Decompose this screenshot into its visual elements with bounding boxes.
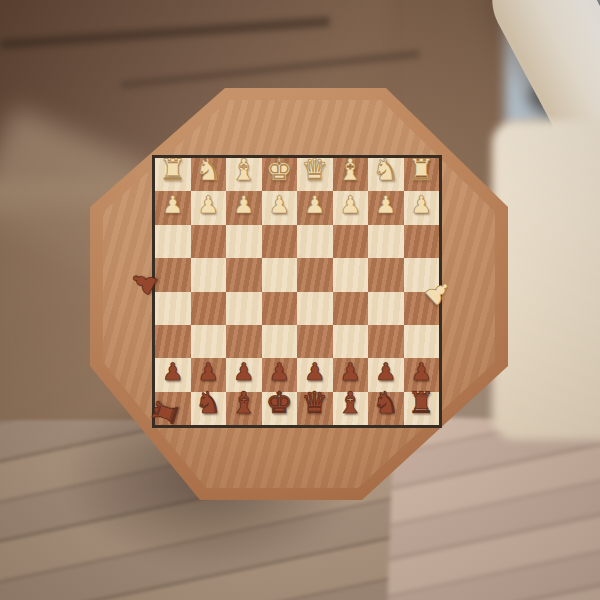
white-king[interactable]: ♚: [266, 155, 293, 185]
white-pawn[interactable]: ♟: [375, 193, 397, 217]
black-pawn[interactable]: ♟: [197, 360, 219, 384]
square-b6[interactable]: [368, 325, 404, 358]
white-pawn-icon: ♟: [419, 273, 458, 312]
square-b5[interactable]: [368, 292, 404, 325]
square-g2[interactable]: ♟: [191, 191, 227, 224]
rolled-paper-sheet: [475, 0, 600, 200]
square-b3[interactable]: [368, 225, 404, 258]
black-bishop[interactable]: ♝: [230, 388, 257, 418]
blurred-dark-object: [528, 0, 600, 136]
black-pawn[interactable]: ♟: [304, 360, 326, 384]
square-h8[interactable]: ♜: [155, 392, 191, 425]
square-b4[interactable]: [368, 258, 404, 291]
wood-crack-line: [0, 17, 330, 50]
square-g8[interactable]: ♞: [191, 392, 227, 425]
white-pawn[interactable]: ♟: [304, 193, 326, 217]
square-b1[interactable]: ♞: [368, 158, 404, 191]
square-f6[interactable]: [226, 325, 262, 358]
square-g6[interactable]: [191, 325, 227, 358]
black-knight[interactable]: ♞: [195, 388, 222, 418]
square-f5[interactable]: [226, 292, 262, 325]
white-bishop[interactable]: ♝: [337, 155, 364, 185]
square-d6[interactable]: [297, 325, 333, 358]
square-g5[interactable]: [191, 292, 227, 325]
square-a8[interactable]: ♜: [404, 392, 440, 425]
square-c1[interactable]: ♝: [333, 158, 369, 191]
square-d5[interactable]: [297, 292, 333, 325]
white-pawn[interactable]: ♟: [197, 193, 219, 217]
square-f8[interactable]: ♝: [226, 392, 262, 425]
black-rook[interactable]: ♜: [408, 388, 435, 418]
square-g4[interactable]: [191, 258, 227, 291]
board-grid: ♜♞♝♚♛♝♞♜♟♟♟♟♟♟♟♟♟♟♟♟♟♟♟♟♜♞♝♚♛♝♞♜: [152, 155, 442, 428]
square-a1[interactable]: ♜: [404, 158, 440, 191]
black-pawn-icon: ♟: [125, 264, 163, 301]
white-rook[interactable]: ♜: [159, 155, 186, 185]
square-d2[interactable]: ♟: [297, 191, 333, 224]
square-e4[interactable]: [262, 258, 298, 291]
white-knight[interactable]: ♞: [372, 155, 399, 185]
black-bishop[interactable]: ♝: [337, 388, 364, 418]
square-d3[interactable]: [297, 225, 333, 258]
white-knight[interactable]: ♞: [195, 155, 222, 185]
square-h1[interactable]: ♜: [155, 158, 191, 191]
square-f4[interactable]: [226, 258, 262, 291]
square-h6[interactable]: [155, 325, 191, 358]
square-c2[interactable]: ♟: [333, 191, 369, 224]
white-pawn[interactable]: ♟: [162, 193, 184, 217]
sheet-edge: [492, 120, 600, 440]
white-bishop[interactable]: ♝: [230, 155, 257, 185]
white-pawn[interactable]: ♟: [410, 193, 432, 217]
square-f2[interactable]: ♟: [226, 191, 262, 224]
white-queen[interactable]: ♛: [301, 155, 328, 185]
square-g3[interactable]: [191, 225, 227, 258]
square-c6[interactable]: [333, 325, 369, 358]
white-pawn[interactable]: ♟: [339, 193, 361, 217]
black-pawn[interactable]: ♟: [233, 360, 255, 384]
square-d4[interactable]: [297, 258, 333, 291]
white-rook[interactable]: ♜: [408, 155, 435, 185]
square-a2[interactable]: ♟: [404, 191, 440, 224]
black-pawn[interactable]: ♟: [339, 360, 361, 384]
wood-crack-line: [120, 50, 419, 88]
black-knight[interactable]: ♞: [372, 388, 399, 418]
square-e2[interactable]: ♟: [262, 191, 298, 224]
square-h2[interactable]: ♟: [155, 191, 191, 224]
square-e3[interactable]: [262, 225, 298, 258]
blurred-background: [505, 0, 600, 125]
square-d8[interactable]: ♛: [297, 392, 333, 425]
black-pawn[interactable]: ♟: [162, 360, 184, 384]
square-d1[interactable]: ♛: [297, 158, 333, 191]
square-c8[interactable]: ♝: [333, 392, 369, 425]
square-h7[interactable]: ♟: [155, 358, 191, 391]
black-rook[interactable]: ♜: [148, 396, 185, 431]
square-f3[interactable]: [226, 225, 262, 258]
white-pawn[interactable]: ♟: [233, 193, 255, 217]
fallen-light-pawn[interactable]: ♟: [412, 266, 464, 318]
square-b2[interactable]: ♟: [368, 191, 404, 224]
square-c3[interactable]: [333, 225, 369, 258]
photo-canvas: ♜♞♝♚♛♝♞♜♟♟♟♟♟♟♟♟♟♟♟♟♟♟♟♟♜♞♝♚♛♝♞♜ ♟ ♟: [0, 0, 600, 600]
black-pawn[interactable]: ♟: [268, 360, 290, 384]
fallen-dark-pawn[interactable]: ♟: [118, 256, 170, 308]
square-g1[interactable]: ♞: [191, 158, 227, 191]
square-c4[interactable]: [333, 258, 369, 291]
square-b8[interactable]: ♞: [368, 392, 404, 425]
square-a6[interactable]: [404, 325, 440, 358]
square-e8[interactable]: ♚: [262, 392, 298, 425]
black-queen[interactable]: ♛: [301, 388, 328, 418]
square-e5[interactable]: [262, 292, 298, 325]
square-e1[interactable]: ♚: [262, 158, 298, 191]
square-a3[interactable]: [404, 225, 440, 258]
black-pawn[interactable]: ♟: [375, 360, 397, 384]
square-c5[interactable]: [333, 292, 369, 325]
square-e6[interactable]: [262, 325, 298, 358]
square-h3[interactable]: [155, 225, 191, 258]
black-king[interactable]: ♚: [266, 388, 293, 418]
square-f1[interactable]: ♝: [226, 158, 262, 191]
black-pawn[interactable]: ♟: [410, 360, 432, 384]
white-pawn[interactable]: ♟: [268, 193, 290, 217]
